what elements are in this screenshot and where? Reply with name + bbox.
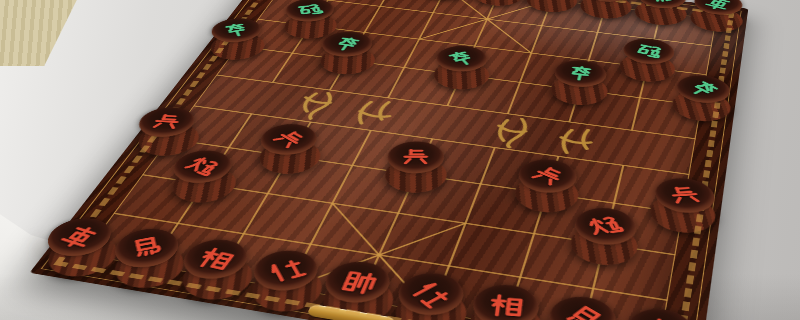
red-advisor[interactable] xyxy=(391,269,470,320)
green-soldier[interactable] xyxy=(431,43,492,74)
xiangqi-board-3d-wrapper xyxy=(30,0,749,320)
red-cannon[interactable] xyxy=(571,204,640,249)
red-chariot[interactable] xyxy=(623,304,698,320)
red-general[interactable] xyxy=(317,258,397,308)
red-soldier[interactable] xyxy=(130,104,202,140)
board-play-area[interactable] xyxy=(83,0,717,320)
board-wooden-frame xyxy=(30,0,749,320)
red-soldier[interactable] xyxy=(514,156,581,196)
red-elephant[interactable] xyxy=(174,236,256,284)
red-horse[interactable] xyxy=(105,225,188,272)
green-soldier[interactable] xyxy=(551,58,610,90)
green-elephant[interactable] xyxy=(580,0,633,4)
green-cannon[interactable] xyxy=(620,36,676,67)
red-elephant[interactable] xyxy=(467,281,544,320)
red-advisor[interactable] xyxy=(245,247,326,296)
red-horse[interactable] xyxy=(544,292,620,320)
green-soldier[interactable] xyxy=(674,73,731,106)
green-soldier[interactable] xyxy=(204,16,268,45)
scene xyxy=(0,0,800,320)
green-cannon[interactable] xyxy=(279,0,339,24)
red-soldier[interactable] xyxy=(253,121,324,158)
red-soldier[interactable] xyxy=(381,138,450,177)
green-horse[interactable] xyxy=(636,0,688,11)
red-soldier[interactable] xyxy=(652,175,717,217)
green-chariot[interactable] xyxy=(692,0,744,17)
woven-mat-background xyxy=(0,0,96,66)
pieces-layer xyxy=(83,0,717,320)
